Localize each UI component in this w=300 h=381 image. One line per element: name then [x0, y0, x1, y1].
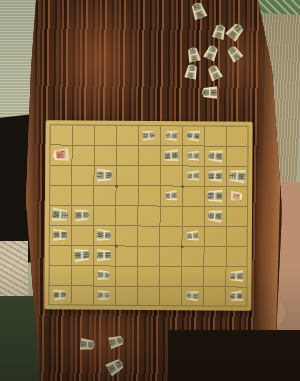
shogi-photo: 歩兵角行王将金将銀将金将飛車銀将歩兵香車歩兵と馬歩兵香車銀将歩兵金将歩兵銀将玉将… — [0, 0, 300, 381]
photo-vignette — [0, 0, 300, 381]
